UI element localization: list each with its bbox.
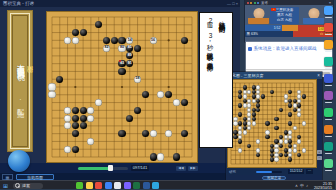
kifu-tab-row: ▦ 当前局面 (0, 173, 240, 180)
go-stone-black (265, 135, 269, 139)
go-stone-black (80, 115, 87, 122)
live-broadcast-window: 直播 × ★ 三星杯决赛 黑方 九段 白方 九段 1:52 1:07 0:58 … (245, 0, 333, 42)
desktop-icon-1[interactable] (324, 6, 333, 15)
player-shirt (248, 18, 269, 24)
go-stone-black (238, 121, 242, 125)
go-stone-black (150, 153, 157, 160)
go-stone-white (238, 130, 242, 134)
next-move-button[interactable]: ▶▶ (188, 166, 198, 172)
go-stone-black (181, 37, 188, 44)
variation-board-window: 变化图 - 三星杯决赛 × + − 研究 152/152 ⋯ 返回正谱 (226, 72, 322, 181)
variation-progress-bar[interactable] (256, 171, 282, 174)
close-icon[interactable]: × (329, 0, 331, 5)
move-slider[interactable] (78, 167, 128, 170)
window-control-icons[interactable]: — □ × (227, 1, 238, 6)
titlebar-dot-icon (254, 2, 256, 4)
black-winrate: 黑 63% (247, 31, 258, 37)
go-stone-white (279, 139, 283, 143)
white-player-photo (303, 7, 324, 24)
go-stone-black (72, 107, 79, 114)
go-stone-white (252, 121, 256, 125)
move-number-label: 93 (120, 62, 124, 66)
go-stone-white (274, 148, 278, 152)
move-number-label: 54 (128, 39, 132, 43)
commentary-side-panel: 本谱由张学斌六段解说 ·配施 变图 (7, 10, 33, 152)
go-stone-black (302, 94, 306, 98)
go-stone-black (126, 115, 133, 122)
go-stone-black (288, 157, 292, 161)
start-button-icon[interactable]: ⊞ (3, 183, 8, 189)
go-stone-black (134, 45, 141, 52)
go-stone-black (288, 112, 292, 116)
desktop-icon-4[interactable] (324, 57, 333, 66)
desktop-icon-5[interactable] (324, 74, 333, 83)
go-stone-white (247, 103, 251, 107)
go-stone-black (265, 121, 269, 125)
white-player-label: 白方 九段 (270, 18, 299, 23)
variation-go-board[interactable] (228, 80, 316, 167)
go-stone-black (118, 68, 125, 75)
go-stone-white (243, 130, 247, 134)
go-stone-black (238, 139, 242, 143)
taskbar-app-icon-excel[interactable] (133, 182, 140, 189)
zoom-in-button[interactable]: + (317, 150, 322, 154)
board-view-icon[interactable]: ▦ (2, 174, 13, 180)
annotation-banner: 注意鼠标移动到棋子图时： 留2~3秒，以便消化吸收；避免棋子图卡停 (199, 12, 233, 148)
commentary-credit-sub: ·配施 (17, 96, 24, 106)
chat-user-icon (248, 47, 252, 51)
desktop: { "game": "go", "app": { "main_window_ti… (0, 0, 336, 189)
system-tray[interactable]: ∧中♪ (295, 183, 308, 188)
move-number-label: 89 (128, 54, 132, 58)
go-stone-black (181, 130, 188, 137)
taskbar-clock[interactable]: 21:35 2023/10/15 (314, 182, 332, 190)
go-stone-black (80, 29, 87, 36)
go-stone-white (293, 126, 297, 130)
side-panel-frame: 本谱由张学斌六段解说 ·配施 (10, 13, 30, 149)
more-options-button[interactable]: ⋯ (306, 169, 313, 174)
flag-icon: ★ (271, 8, 276, 12)
move-number-label: 80 (120, 46, 124, 50)
go-stone-white (247, 112, 251, 116)
taskbar-app-icon-player[interactable] (124, 182, 131, 189)
move-slider-fill (78, 167, 111, 170)
go-stone-black (243, 85, 247, 89)
go-stone-white (302, 148, 306, 152)
variation-move-counter: 152/152 (288, 169, 304, 174)
go-stone-black (173, 153, 180, 160)
desktop-icon-2[interactable] (324, 23, 333, 32)
tray-icon[interactable]: ∧ (295, 183, 298, 188)
go-stone-white (64, 37, 71, 44)
go-stone-black (238, 112, 242, 116)
tray-icon[interactable]: ♪ (306, 183, 308, 188)
prev-move-button[interactable]: ◀◀ (176, 166, 186, 172)
zoom-out-button[interactable]: − (317, 156, 322, 160)
go-stone-white (284, 94, 288, 98)
go-stone-white: 80 (118, 45, 125, 52)
taskbar-app-icon-explorer[interactable] (86, 182, 93, 189)
go-stone-white (265, 130, 269, 134)
taskbar-app-icon-word[interactable] (143, 182, 150, 189)
go-stone-black (72, 146, 79, 153)
go-stone-white (64, 146, 71, 153)
move-number-label: 58 (136, 77, 140, 81)
black-player-photo (248, 7, 269, 24)
go-stone-white (48, 91, 55, 98)
variation-progress-fill (256, 171, 272, 174)
winrate-bar: 黑 63% 白 37% (245, 31, 333, 37)
go-stone-black (134, 107, 141, 114)
match-info-panel: ★ 三星杯决赛 黑方 九段 白方 九段 (270, 7, 299, 24)
main-window-title: 围棋宝典 - 打谱 (3, 1, 34, 6)
go-stone-white (288, 148, 292, 152)
annotation-line-1: 注意鼠标移动到棋子图时： (216, 16, 228, 142)
desktop-icon-6[interactable] (324, 91, 333, 100)
go-stone-white (64, 107, 71, 114)
go-stone-black (238, 103, 242, 107)
main-go-board[interactable]: 545682808589939158 (47, 12, 197, 162)
clock-date: 2023/10/15 (314, 186, 332, 190)
go-stone-black (80, 107, 87, 114)
go-stone-black (72, 115, 79, 122)
go-stone-black (118, 130, 125, 137)
variation-window-title: 变化图 - 三星杯决赛 (228, 73, 264, 78)
go-stone-black (238, 94, 242, 98)
go-stone-black (288, 103, 292, 107)
go-stone-black (261, 94, 265, 98)
move-slider-handle[interactable] (108, 165, 113, 171)
broadcast-titlebar[interactable]: 直播 × (245, 0, 333, 5)
go-stone-white (302, 121, 306, 125)
go-stone-white (150, 130, 157, 137)
broadcast-title: 直播 (261, 1, 329, 5)
player-shirt (303, 18, 324, 24)
go-stone-white: 58 (134, 76, 141, 83)
go-stone-black (274, 126, 278, 130)
taskbar-app-icon-wechat[interactable] (76, 182, 83, 189)
go-stone-white (293, 148, 297, 152)
go-stone-white (72, 37, 79, 44)
go-stone-black (288, 121, 292, 125)
search-icon (15, 183, 20, 188)
titlebar-dot-icon (250, 2, 252, 4)
variation-titlebar[interactable]: 变化图 - 三星杯决赛 × (226, 72, 322, 79)
tray-icon[interactable]: 中 (300, 183, 304, 188)
commentary-credit-text: 本谱由张学斌六段解说 (16, 57, 25, 67)
go-stone-black (111, 37, 118, 44)
variation-control-bar: 研究 152/152 ⋯ (226, 168, 322, 175)
move-number-label: 91 (128, 62, 132, 66)
move-number-label: 56 (151, 39, 155, 43)
go-stone-black (118, 37, 125, 44)
main-window-titlebar[interactable]: 围棋宝典 - 打谱 — □ × (0, 0, 240, 7)
go-stone-black (103, 37, 110, 44)
titlebar-dot-icon (257, 2, 259, 4)
go-stone-black (274, 117, 278, 121)
taskbar-app-icon-notepad[interactable] (114, 182, 121, 189)
windows-taskbar: ⊞ 搜索 ∧中♪ 21:35 2023/10/15 (0, 180, 336, 189)
go-stone-black (252, 112, 256, 116)
go-stone-white (247, 121, 251, 125)
desktop-icon-3[interactable] (324, 40, 333, 49)
desktop-icon-7[interactable] (324, 108, 333, 117)
taskbar-search-box[interactable]: 搜索 (13, 183, 43, 189)
move-number-label: 82 (104, 46, 108, 50)
last-move-marker (119, 60, 121, 62)
go-stone-white (288, 130, 292, 134)
taskbar-app-icon-browser[interactable] (105, 182, 112, 189)
desktop-icon-9[interactable] (324, 142, 333, 151)
go-stone-black (288, 139, 292, 143)
close-icon[interactable]: × (317, 72, 320, 79)
go-stone-white: 82 (103, 45, 110, 52)
current-position-tab[interactable]: 当前局面 (16, 174, 54, 180)
go-stone-white (48, 83, 55, 90)
desktop-icon-8[interactable] (324, 125, 333, 134)
move-number-label: 85 (128, 46, 132, 50)
go-stone-black: 85 (126, 45, 133, 52)
go-stone-white (274, 157, 278, 161)
taskbar-app-icon-qq[interactable] (95, 182, 102, 189)
taskbar-app-icons (76, 182, 159, 189)
desktop-icon-10[interactable] (324, 159, 333, 168)
chat-window: 系统消息：欢迎进入直播间观战 (246, 42, 332, 76)
go-stone-black (181, 99, 188, 106)
taskbar-app-icon-tim[interactable] (152, 182, 159, 189)
chat-message: 系统消息：欢迎进入直播间观战 (248, 46, 317, 51)
annotation-line-2: 留2~3秒，以便消化吸收；避免棋子图卡停 (204, 16, 216, 142)
variation-status-text: 研究 (229, 170, 236, 174)
go-stone-white (238, 148, 242, 152)
go-stone-white: 56 (150, 37, 157, 44)
kifu-control-bar: 097/141 ◀◀ ▶▶ (0, 163, 240, 173)
go-stone-white (64, 115, 71, 122)
go-stone-black (72, 29, 79, 36)
search-label: 搜索 (22, 183, 30, 188)
go-stone-black: 93 (118, 60, 125, 67)
move-counter: 097/141 (131, 165, 149, 171)
chat-message-text: 系统消息：欢迎进入直播间观战 (254, 46, 317, 51)
titlebar-dot-icon (247, 2, 249, 4)
go-stone-white (243, 94, 247, 98)
app-logo-sphere[interactable] (8, 150, 30, 172)
